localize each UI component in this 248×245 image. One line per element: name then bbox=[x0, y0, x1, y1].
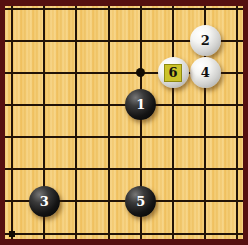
stone-number: 2 bbox=[201, 34, 210, 47]
black-stone-1: 1 bbox=[125, 89, 156, 120]
grid-line-horizontal-1 bbox=[5, 8, 243, 10]
grid-line-horizontal-8 bbox=[5, 233, 243, 235]
stone-number-highlighted: 6 bbox=[164, 64, 181, 82]
white-stone-4: 4 bbox=[190, 57, 221, 88]
grid-line-horizontal-6 bbox=[5, 168, 243, 170]
white-stone-6: 6 bbox=[158, 57, 189, 88]
white-stone-2: 2 bbox=[190, 25, 221, 56]
marked-point-round-dot bbox=[136, 68, 145, 77]
go-board: 123456 bbox=[5, 6, 243, 239]
stone-number: 4 bbox=[201, 66, 210, 79]
go-diagram-frame: 123456 bbox=[0, 0, 248, 245]
stone-number: 3 bbox=[40, 195, 49, 208]
black-stone-5: 5 bbox=[125, 186, 156, 217]
grid-line-horizontal-4 bbox=[5, 104, 243, 106]
grid-line-horizontal-5 bbox=[5, 136, 243, 138]
black-stone-3: 3 bbox=[29, 186, 60, 217]
hoshi-square-dot bbox=[9, 231, 15, 237]
stone-number: 1 bbox=[136, 98, 145, 111]
stone-number: 5 bbox=[136, 195, 145, 208]
